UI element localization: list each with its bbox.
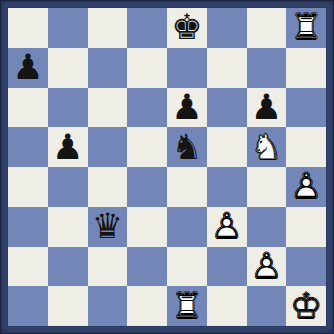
black-pawn-icon: ♟ [247,88,287,128]
square-a1[interactable] [8,286,48,326]
square-h3[interactable] [286,207,326,247]
black-knight-icon: ♞ [167,127,207,167]
square-g5[interactable]: ♞♘ [247,127,287,167]
piece-black-king[interactable]: ♚ [167,8,207,48]
white-rook-outline-icon: ♖ [167,286,207,326]
square-g8[interactable] [247,8,287,48]
square-b8[interactable] [48,8,88,48]
white-pawn-outline-icon: ♙ [286,167,326,207]
square-c6[interactable] [88,88,128,128]
square-f8[interactable] [207,8,247,48]
piece-black-pawn[interactable]: ♟ [8,48,48,88]
square-b5[interactable]: ♟ [48,127,88,167]
white-rook-outline-icon: ♖ [286,8,326,48]
square-a7[interactable]: ♟ [8,48,48,88]
square-b1[interactable] [48,286,88,326]
square-h6[interactable] [286,88,326,128]
piece-black-pawn[interactable]: ♟ [167,88,207,128]
white-pawn-outline-icon: ♙ [247,247,287,287]
square-e6[interactable]: ♟ [167,88,207,128]
piece-white-rook[interactable]: ♜♖ [286,8,326,48]
square-c7[interactable] [88,48,128,88]
chess-board-frame: ♚♜♖♟♟♟♟♞♞♘♟♙♛♟♙♟♙♜♖♚♔ [0,0,334,334]
square-h1[interactable]: ♚♔ [286,286,326,326]
square-f2[interactable] [207,247,247,287]
piece-white-king[interactable]: ♚♔ [286,286,326,326]
square-c4[interactable] [88,167,128,207]
square-f5[interactable] [207,127,247,167]
square-d4[interactable] [127,167,167,207]
white-pawn-outline-icon: ♙ [207,207,247,247]
square-f4[interactable] [207,167,247,207]
square-d8[interactable] [127,8,167,48]
square-d1[interactable] [127,286,167,326]
square-c1[interactable] [88,286,128,326]
square-g3[interactable] [247,207,287,247]
square-a4[interactable] [8,167,48,207]
square-d3[interactable] [127,207,167,247]
square-c3[interactable]: ♛ [88,207,128,247]
square-e8[interactable]: ♚ [167,8,207,48]
piece-black-pawn[interactable]: ♟ [247,88,287,128]
square-d5[interactable] [127,127,167,167]
square-b6[interactable] [48,88,88,128]
square-c8[interactable] [88,8,128,48]
black-pawn-icon: ♟ [48,127,88,167]
piece-black-knight[interactable]: ♞ [167,127,207,167]
white-king-outline-icon: ♔ [286,286,326,326]
square-a6[interactable] [8,88,48,128]
piece-white-pawn[interactable]: ♟♙ [247,247,287,287]
piece-white-pawn[interactable]: ♟♙ [207,207,247,247]
square-f6[interactable] [207,88,247,128]
square-h4[interactable]: ♟♙ [286,167,326,207]
square-d6[interactable] [127,88,167,128]
square-b2[interactable] [48,247,88,287]
square-e2[interactable] [167,247,207,287]
piece-black-pawn[interactable]: ♟ [48,127,88,167]
square-a8[interactable] [8,8,48,48]
square-f7[interactable] [207,48,247,88]
square-e3[interactable] [167,207,207,247]
chess-board: ♚♜♖♟♟♟♟♞♞♘♟♙♛♟♙♟♙♜♖♚♔ [8,8,326,326]
square-h2[interactable] [286,247,326,287]
square-g7[interactable] [247,48,287,88]
square-a5[interactable] [8,127,48,167]
square-b4[interactable] [48,167,88,207]
black-king-icon: ♚ [167,8,207,48]
piece-white-knight[interactable]: ♞♘ [247,127,287,167]
black-pawn-icon: ♟ [167,88,207,128]
square-a2[interactable] [8,247,48,287]
piece-white-rook[interactable]: ♜♖ [167,286,207,326]
square-d2[interactable] [127,247,167,287]
square-e7[interactable] [167,48,207,88]
square-e5[interactable]: ♞ [167,127,207,167]
square-h5[interactable] [286,127,326,167]
square-c2[interactable] [88,247,128,287]
square-b7[interactable] [48,48,88,88]
square-b3[interactable] [48,207,88,247]
square-g1[interactable] [247,286,287,326]
white-knight-outline-icon: ♘ [247,127,287,167]
black-queen-icon: ♛ [88,207,128,247]
square-a3[interactable] [8,207,48,247]
square-f3[interactable]: ♟♙ [207,207,247,247]
square-f1[interactable] [207,286,247,326]
piece-black-queen[interactable]: ♛ [88,207,128,247]
square-h7[interactable] [286,48,326,88]
square-d7[interactable] [127,48,167,88]
square-g2[interactable]: ♟♙ [247,247,287,287]
square-e1[interactable]: ♜♖ [167,286,207,326]
square-e4[interactable] [167,167,207,207]
square-g4[interactable] [247,167,287,207]
square-h8[interactable]: ♜♖ [286,8,326,48]
black-pawn-icon: ♟ [8,48,48,88]
piece-white-pawn[interactable]: ♟♙ [286,167,326,207]
square-c5[interactable] [88,127,128,167]
square-g6[interactable]: ♟ [247,88,287,128]
